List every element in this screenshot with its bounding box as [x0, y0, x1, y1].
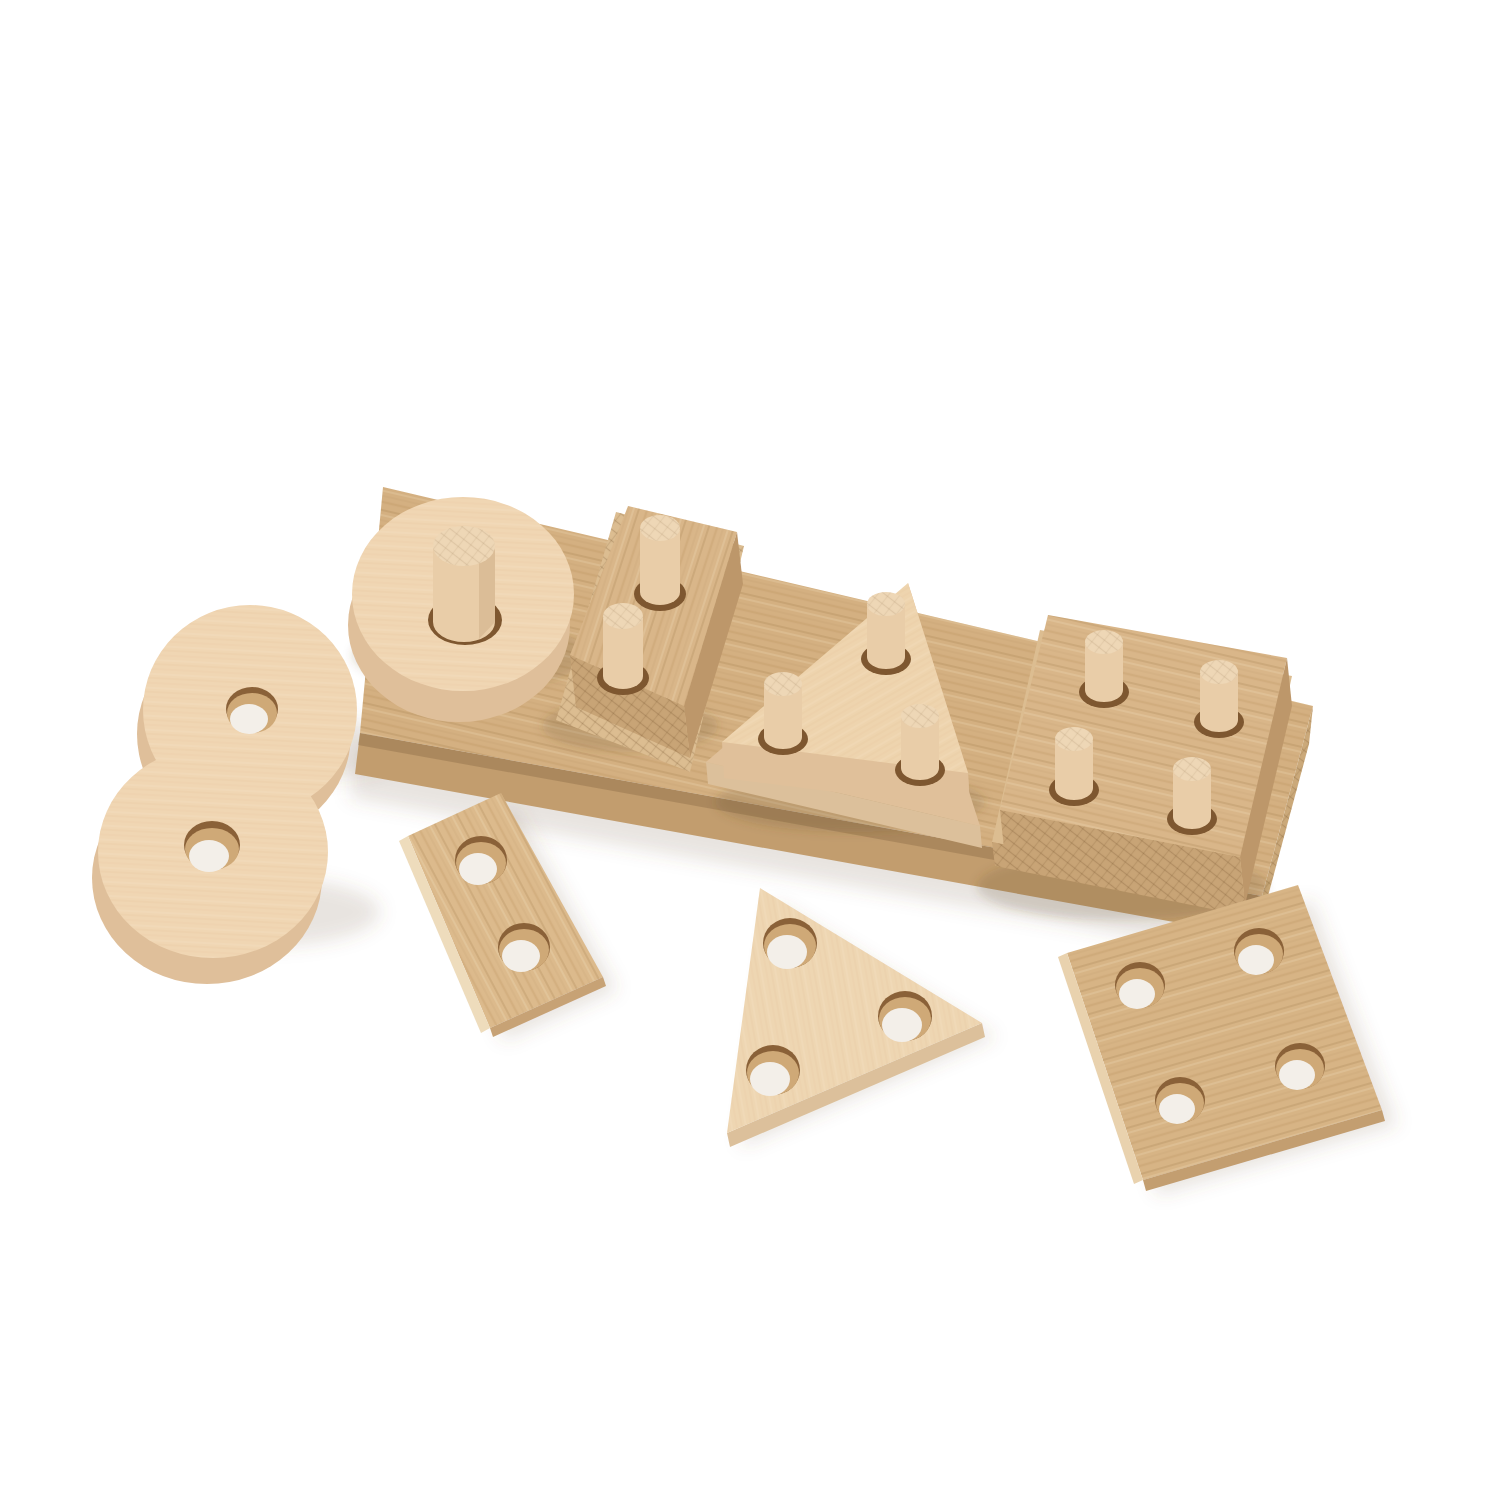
triangle-peg-1 [861, 592, 911, 675]
disc-hole-through [230, 704, 268, 734]
square-station [992, 615, 1292, 916]
square-plate-hole-2 [1238, 945, 1274, 975]
rect-plate-hole-1 [459, 853, 497, 885]
square-plate-hole-3 [1159, 1094, 1195, 1124]
rect-peg-1 [634, 515, 686, 611]
peg-body [640, 530, 680, 605]
product-photo [0, 0, 1500, 1500]
triangle-plate-hole-2 [882, 1008, 922, 1042]
circle-station [348, 497, 574, 722]
triangle-peg-2 [758, 672, 808, 755]
square-plate-hole-4 [1279, 1060, 1315, 1090]
peg-top [1200, 660, 1238, 684]
toy-scene [0, 0, 1500, 1500]
square-peg-4 [1167, 757, 1217, 835]
rect-peg-2 [597, 603, 649, 695]
triangle-plate-hole-1 [767, 935, 807, 969]
peg-top [1085, 630, 1123, 654]
circle-peg [433, 526, 495, 642]
peg-top [764, 672, 802, 696]
peg-top [901, 704, 939, 728]
square-block[interactable] [1000, 615, 1292, 905]
peg-top [867, 592, 905, 616]
square-plate-hole-1 [1119, 979, 1155, 1009]
peg-top [433, 526, 495, 566]
rect-plate-hole-2 [502, 940, 540, 972]
triangle-peg-3 [895, 704, 945, 786]
peg-top [1173, 757, 1211, 781]
peg-top [640, 515, 680, 541]
square-peg-3 [1049, 727, 1099, 806]
peg-top [603, 603, 643, 629]
disc-hole-through [189, 840, 229, 872]
square-peg-2 [1194, 660, 1244, 738]
peg-top [1055, 727, 1093, 751]
square-peg-1 [1079, 630, 1129, 708]
loose-disc-2[interactable] [92, 746, 328, 984]
loose-triangle-plate[interactable] [727, 888, 985, 1147]
triangle-plate-hole-3 [750, 1062, 790, 1096]
